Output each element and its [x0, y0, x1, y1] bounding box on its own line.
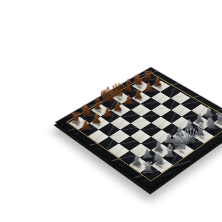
board-field: ♜♟♟♜♞♟♟♞♝♟♟♝♛♟♟♛♚♟♟♚♝♟♟♝♞♟♟♞♜♟♟♜: [69, 75, 222, 181]
square-r7c7[interactable]: ♜: [140, 165, 162, 180]
photo-caption: Decorative metal chess set at starting p…: [40, 16, 41, 17]
chess-board: ♜♟♟♜♞♟♟♞♝♟♟♝♛♟♟♛♚♟♟♚♝♟♟♝♞♟♟♞♜♟♟♜: [55, 67, 222, 191]
piece-silver-rook[interactable]: ♜: [131, 160, 164, 175]
product-photo: Decorative metal chess set at starting p…: [40, 16, 222, 222]
piece-copper-pawn[interactable]: ♟: [70, 118, 101, 131]
